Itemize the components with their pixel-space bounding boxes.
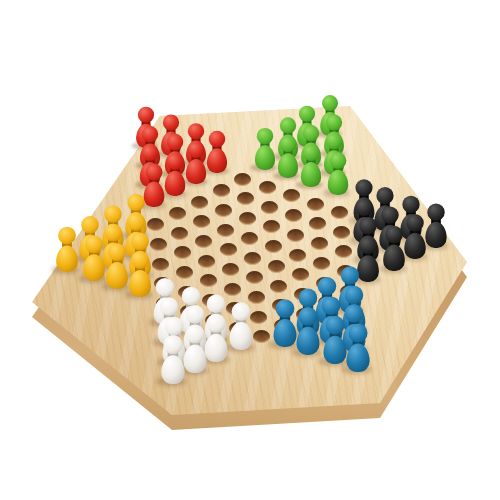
peg-head: [167, 134, 184, 151]
peg-head: [276, 299, 295, 318]
peg-body: [425, 222, 446, 248]
peg-body: [106, 262, 128, 289]
peg-green[interactable]: [277, 136, 299, 178]
peg-head: [280, 117, 296, 133]
peg-head: [108, 243, 126, 261]
peg-body: [297, 327, 320, 355]
peg-black[interactable]: [424, 203, 447, 248]
peg-body: [162, 355, 185, 384]
peg-body: [207, 148, 227, 173]
board-hole[interactable]: [241, 232, 258, 245]
peg-body: [255, 145, 275, 170]
board-hole[interactable]: [222, 263, 239, 276]
peg-head: [181, 286, 200, 305]
peg-body: [183, 344, 206, 373]
board-hole[interactable]: [176, 266, 193, 279]
peg-head: [209, 131, 225, 147]
peg-body: [186, 159, 206, 184]
peg-head: [318, 277, 336, 295]
peg-head: [402, 195, 419, 212]
peg-black[interactable]: [382, 225, 406, 270]
peg-white[interactable]: [161, 335, 187, 384]
peg-red[interactable]: [185, 142, 207, 185]
board-hole[interactable]: [261, 201, 278, 214]
board-hole[interactable]: [287, 229, 304, 242]
board-hole[interactable]: [198, 255, 215, 268]
peg-head: [185, 305, 204, 324]
peg-head: [345, 285, 363, 303]
peg-head: [141, 126, 157, 142]
peg-head: [188, 123, 204, 139]
peg-body: [383, 244, 405, 271]
peg-body: [346, 344, 369, 372]
peg-head: [359, 236, 377, 254]
peg-head: [348, 323, 367, 342]
board-hole[interactable]: [289, 249, 306, 262]
peg-body: [164, 171, 185, 196]
peg-green[interactable]: [254, 128, 276, 170]
peg-blue[interactable]: [322, 315, 347, 363]
peg-body: [278, 153, 298, 178]
peg-head: [326, 114, 342, 130]
peg-head: [322, 95, 338, 111]
peg-yellow[interactable]: [105, 243, 129, 289]
peg-head: [127, 194, 144, 211]
board-hole[interactable]: [333, 226, 350, 239]
peg-blue[interactable]: [295, 307, 320, 355]
board-hole[interactable]: [331, 206, 348, 219]
peg-red[interactable]: [164, 153, 186, 196]
peg-blue[interactable]: [273, 299, 298, 347]
peg-head: [341, 266, 359, 284]
peg-head: [326, 133, 343, 150]
peg-head: [164, 335, 183, 354]
peg-head: [206, 313, 225, 332]
board-hole[interactable]: [268, 260, 285, 273]
peg-head: [206, 294, 225, 313]
peg-white[interactable]: [229, 302, 254, 350]
peg-yellow[interactable]: [55, 227, 79, 272]
peg-head: [356, 179, 373, 196]
peg-head: [166, 153, 183, 170]
peg-head: [185, 324, 204, 343]
peg-body: [328, 170, 348, 195]
board-hole[interactable]: [283, 189, 300, 202]
board-hole[interactable]: [217, 224, 234, 237]
board-hole[interactable]: [246, 271, 263, 284]
peg-green[interactable]: [327, 152, 349, 195]
peg-head: [303, 144, 320, 161]
peg-head: [141, 145, 158, 162]
peg-body: [56, 246, 78, 273]
board-hole[interactable]: [150, 238, 167, 251]
board-hole[interactable]: [292, 268, 309, 281]
board-hole[interactable]: [213, 184, 230, 197]
board-hole[interactable]: [191, 196, 208, 209]
board-hole[interactable]: [253, 330, 270, 343]
peg-head: [330, 152, 347, 169]
peg-head: [131, 251, 149, 269]
peg-head: [326, 315, 345, 334]
peg-head: [356, 198, 373, 215]
peg-green[interactable]: [300, 144, 322, 187]
peg-head: [385, 225, 403, 243]
peg-head: [377, 187, 394, 204]
peg-head: [81, 216, 99, 234]
board-hole[interactable]: [169, 207, 186, 220]
peg-head: [232, 302, 251, 321]
peg-head: [58, 227, 76, 245]
peg-head: [427, 203, 444, 220]
peg-head: [164, 316, 183, 335]
board-hole[interactable]: [259, 181, 276, 194]
peg-head: [188, 142, 205, 159]
board-hole[interactable]: [174, 246, 191, 259]
board-hole[interactable]: [270, 280, 287, 293]
peg-head: [85, 235, 103, 253]
peg-yellow[interactable]: [82, 235, 106, 281]
board-hole[interactable]: [244, 252, 261, 265]
board-hole[interactable]: [171, 227, 188, 240]
peg-head: [145, 164, 162, 181]
peg-head: [359, 217, 377, 235]
board-hole[interactable]: [215, 204, 232, 217]
peg-head: [299, 307, 318, 326]
peg-black[interactable]: [403, 214, 426, 259]
peg-head: [406, 214, 424, 232]
board-hole[interactable]: [285, 209, 302, 222]
peg-body: [323, 335, 346, 363]
peg-head: [322, 296, 341, 315]
peg-body: [129, 270, 151, 297]
peg-head: [127, 213, 145, 231]
peg-head: [160, 297, 179, 316]
board-hole[interactable]: [220, 243, 237, 256]
peg-head: [280, 136, 297, 153]
peg-blue[interactable]: [345, 323, 370, 372]
peg-body: [83, 254, 105, 281]
peg-body: [404, 233, 425, 259]
peg-head: [104, 205, 121, 222]
peg-head: [104, 224, 122, 242]
peg-head: [163, 115, 179, 131]
peg-head: [381, 206, 398, 223]
board-hole[interactable]: [307, 198, 324, 211]
peg-yellow[interactable]: [128, 251, 152, 297]
product-photo: [0, 0, 500, 500]
peg-head: [299, 288, 318, 307]
peg-body: [230, 322, 253, 350]
peg-head: [257, 128, 273, 144]
board-hole[interactable]: [239, 212, 256, 225]
peg-red[interactable]: [206, 131, 228, 173]
peg-head: [131, 232, 149, 250]
peg-body: [274, 319, 297, 347]
peg-head: [138, 107, 154, 123]
board-hole[interactable]: [152, 258, 169, 271]
peg-head: [299, 106, 315, 122]
peg-head: [303, 125, 319, 141]
peg-body: [301, 162, 321, 187]
peg-head: [156, 278, 174, 296]
